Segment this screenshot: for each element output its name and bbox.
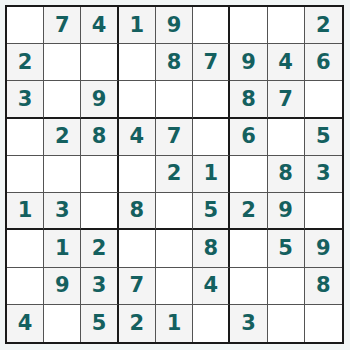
cell-r2c6[interactable]: 7 <box>193 44 230 81</box>
cell-r1c5[interactable]: 9 <box>156 7 193 44</box>
cell-r9c3[interactable]: 5 <box>81 305 118 342</box>
cell-r4c2[interactable]: 2 <box>44 119 81 156</box>
cell-r5c5[interactable]: 2 <box>156 156 193 193</box>
cell-r8c6[interactable]: 4 <box>193 268 230 305</box>
cell-r3c9[interactable] <box>305 81 342 118</box>
cell-r7c5[interactable] <box>156 230 193 267</box>
cell-r9c7[interactable]: 3 <box>230 305 267 342</box>
cell-r6c3[interactable] <box>81 193 118 230</box>
cell-r1c4[interactable]: 1 <box>119 7 156 44</box>
cell-r5c2[interactable] <box>44 156 81 193</box>
cell-r4c5[interactable]: 7 <box>156 119 193 156</box>
cell-r9c5[interactable]: 1 <box>156 305 193 342</box>
cell-r3c4[interactable] <box>119 81 156 118</box>
cell-r4c9[interactable]: 5 <box>305 119 342 156</box>
cell-r6c8[interactable]: 9 <box>268 193 305 230</box>
cell-r7c4[interactable] <box>119 230 156 267</box>
cell-r9c2[interactable] <box>44 305 81 342</box>
cell-r3c8[interactable]: 7 <box>268 81 305 118</box>
cell-r5c3[interactable] <box>81 156 118 193</box>
cell-r4c8[interactable] <box>268 119 305 156</box>
cell-r9c9[interactable] <box>305 305 342 342</box>
cell-r7c7[interactable] <box>230 230 267 267</box>
cell-r1c6[interactable] <box>193 7 230 44</box>
cell-r5c4[interactable] <box>119 156 156 193</box>
cell-r6c7[interactable]: 2 <box>230 193 267 230</box>
cell-r9c6[interactable] <box>193 305 230 342</box>
cell-r2c7[interactable]: 9 <box>230 44 267 81</box>
cell-r5c7[interactable] <box>230 156 267 193</box>
cell-r5c6[interactable]: 1 <box>193 156 230 193</box>
cell-r2c3[interactable] <box>81 44 118 81</box>
cell-r3c5[interactable] <box>156 81 193 118</box>
cell-r2c2[interactable] <box>44 44 81 81</box>
cell-r6c5[interactable] <box>156 193 193 230</box>
cell-r6c1[interactable]: 1 <box>7 193 44 230</box>
cell-r7c1[interactable] <box>7 230 44 267</box>
cell-r3c3[interactable]: 9 <box>81 81 118 118</box>
cell-r9c4[interactable]: 2 <box>119 305 156 342</box>
cell-r8c9[interactable]: 8 <box>305 268 342 305</box>
cell-r8c5[interactable] <box>156 268 193 305</box>
cell-r1c1[interactable] <box>7 7 44 44</box>
cell-r3c2[interactable] <box>44 81 81 118</box>
cell-r2c5[interactable]: 8 <box>156 44 193 81</box>
cell-r5c9[interactable]: 3 <box>305 156 342 193</box>
cell-r1c9[interactable]: 2 <box>305 7 342 44</box>
cell-r1c8[interactable] <box>268 7 305 44</box>
cell-r8c4[interactable]: 7 <box>119 268 156 305</box>
cell-r6c9[interactable] <box>305 193 342 230</box>
cell-r2c9[interactable]: 6 <box>305 44 342 81</box>
cell-r5c8[interactable]: 8 <box>268 156 305 193</box>
cell-r2c8[interactable]: 4 <box>268 44 305 81</box>
cell-r7c2[interactable]: 1 <box>44 230 81 267</box>
cell-r4c7[interactable]: 6 <box>230 119 267 156</box>
cell-r3c7[interactable]: 8 <box>230 81 267 118</box>
cell-r1c2[interactable]: 7 <box>44 7 81 44</box>
cell-r2c1[interactable]: 2 <box>7 44 44 81</box>
cell-r1c3[interactable]: 4 <box>81 7 118 44</box>
cell-r3c1[interactable]: 3 <box>7 81 44 118</box>
cell-r3c6[interactable] <box>193 81 230 118</box>
cell-r8c7[interactable] <box>230 268 267 305</box>
cell-r7c6[interactable]: 8 <box>193 230 230 267</box>
cell-r5c1[interactable] <box>7 156 44 193</box>
cell-r4c1[interactable] <box>7 119 44 156</box>
cell-r4c6[interactable] <box>193 119 230 156</box>
cell-r2c4[interactable] <box>119 44 156 81</box>
cell-r4c3[interactable]: 8 <box>81 119 118 156</box>
cell-r7c3[interactable]: 2 <box>81 230 118 267</box>
cell-r8c8[interactable] <box>268 268 305 305</box>
cell-r6c2[interactable]: 3 <box>44 193 81 230</box>
cell-r7c8[interactable]: 5 <box>268 230 305 267</box>
cell-r4c4[interactable]: 4 <box>119 119 156 156</box>
sudoku-board: 7419228794639872847652183138529128599374… <box>5 5 344 344</box>
cell-r9c8[interactable] <box>268 305 305 342</box>
cell-r8c1[interactable] <box>7 268 44 305</box>
cell-r1c7[interactable] <box>230 7 267 44</box>
cell-r6c6[interactable]: 5 <box>193 193 230 230</box>
cell-r8c3[interactable]: 3 <box>81 268 118 305</box>
cell-r9c1[interactable]: 4 <box>7 305 44 342</box>
cell-r7c9[interactable]: 9 <box>305 230 342 267</box>
cell-r8c2[interactable]: 9 <box>44 268 81 305</box>
cell-r6c4[interactable]: 8 <box>119 193 156 230</box>
